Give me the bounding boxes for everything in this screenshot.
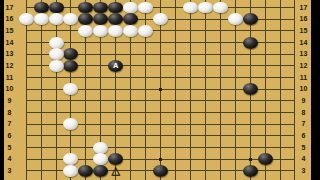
stone-white xyxy=(63,153,78,165)
row-label-left: 3 xyxy=(3,167,17,175)
stone-black xyxy=(243,83,258,95)
stone-black xyxy=(93,165,108,177)
grid-line-vertical xyxy=(294,0,295,180)
stone-black xyxy=(108,13,123,25)
grid-line-horizontal xyxy=(26,112,296,113)
row-label-left: 12 xyxy=(3,62,17,70)
grid-line-horizontal xyxy=(26,147,296,148)
letterbox-bar-right xyxy=(311,0,320,180)
grid-line-vertical xyxy=(235,0,236,180)
stone-white xyxy=(63,13,78,25)
stone-white xyxy=(34,13,49,25)
grid-line-vertical xyxy=(280,0,281,180)
grid-line-vertical xyxy=(175,0,176,180)
stone-black xyxy=(78,165,93,177)
stone-white xyxy=(78,25,93,37)
go-board: 1717161615151414131312121111101099887766… xyxy=(4,0,311,180)
stone-white xyxy=(49,13,64,25)
row-label-left: 9 xyxy=(3,97,17,105)
row-label-left: 15 xyxy=(3,27,17,35)
row-label-right: 6 xyxy=(297,132,311,140)
stone-white xyxy=(228,13,243,25)
row-label-left: 6 xyxy=(3,132,17,140)
row-label-right: 12 xyxy=(297,62,311,70)
row-label-right: 4 xyxy=(297,155,311,163)
row-label-left: 13 xyxy=(3,50,17,58)
row-label-left: 4 xyxy=(3,155,17,163)
row-label-left: 7 xyxy=(3,120,17,128)
stone-white xyxy=(213,2,228,14)
stone-white xyxy=(19,13,34,25)
stone-black xyxy=(123,13,138,25)
row-label-right: 17 xyxy=(297,4,311,12)
stone-white xyxy=(198,2,213,14)
grid-line-horizontal xyxy=(26,77,296,78)
stone-black xyxy=(258,153,273,165)
stone-black xyxy=(243,165,258,177)
stone-white xyxy=(63,83,78,95)
row-label-right: 15 xyxy=(297,27,311,35)
star-point xyxy=(159,158,162,161)
grid-line-vertical xyxy=(205,0,206,180)
stone-white xyxy=(49,37,64,49)
grid-line-horizontal xyxy=(26,135,296,136)
row-label-right: 9 xyxy=(297,97,311,105)
stone-black xyxy=(63,48,78,60)
letterbox-bar-left xyxy=(0,0,4,180)
row-label-right: 16 xyxy=(297,15,311,23)
row-label-left: 8 xyxy=(3,109,17,117)
grid-line-vertical xyxy=(56,0,57,180)
stone-white xyxy=(63,118,78,130)
row-label-right: 14 xyxy=(297,39,311,47)
stone-white xyxy=(138,25,153,37)
grid-line-vertical xyxy=(26,0,27,180)
grid-line-horizontal xyxy=(26,7,296,8)
row-label-left: 5 xyxy=(3,144,17,152)
triangle-marker: △ xyxy=(112,165,120,176)
grid-line-vertical xyxy=(220,0,221,180)
stone-black xyxy=(243,13,258,25)
star-point xyxy=(159,88,162,91)
row-label-left: 16 xyxy=(3,15,17,23)
stone-black xyxy=(34,2,49,14)
stone-white xyxy=(63,165,78,177)
grid-line-vertical xyxy=(190,0,191,180)
row-label-right: 8 xyxy=(297,109,311,117)
stone-black xyxy=(49,2,64,14)
row-label-right: 7 xyxy=(297,120,311,128)
stone-white xyxy=(93,142,108,154)
stone-black xyxy=(243,37,258,49)
stone-black xyxy=(93,13,108,25)
stone-black xyxy=(63,60,78,72)
grid-line-horizontal xyxy=(26,100,296,101)
stone-white xyxy=(93,25,108,37)
row-label-right: 11 xyxy=(297,74,311,82)
row-label-right: 3 xyxy=(297,167,311,175)
grid-line-vertical xyxy=(41,0,42,180)
stone-black xyxy=(108,2,123,14)
row-label-right: 13 xyxy=(297,50,311,58)
stone-white xyxy=(123,25,138,37)
stone-black xyxy=(78,2,93,14)
stone-white xyxy=(138,2,153,14)
row-label-left: 14 xyxy=(3,39,17,47)
stone-white xyxy=(49,48,64,60)
row-label-right: 5 xyxy=(297,144,311,152)
grid-line-horizontal xyxy=(26,30,296,31)
stone-white xyxy=(123,2,138,14)
row-label-left: 11 xyxy=(3,74,17,82)
stone-black xyxy=(93,2,108,14)
row-label-left: 10 xyxy=(3,85,17,93)
stone-white xyxy=(183,2,198,14)
row-label-left: 17 xyxy=(3,4,17,12)
stone-black xyxy=(78,13,93,25)
stone-black xyxy=(153,165,168,177)
stone-white xyxy=(49,60,64,72)
stone-white xyxy=(153,13,168,25)
star-point xyxy=(249,158,252,161)
video-frame: 1717161615151414131312121111101099887766… xyxy=(0,0,320,180)
stone-white xyxy=(108,25,123,37)
stone-white xyxy=(93,153,108,165)
row-label-right: 10 xyxy=(297,85,311,93)
stone-label-A: A xyxy=(108,60,123,72)
stone-black: A xyxy=(108,60,123,72)
